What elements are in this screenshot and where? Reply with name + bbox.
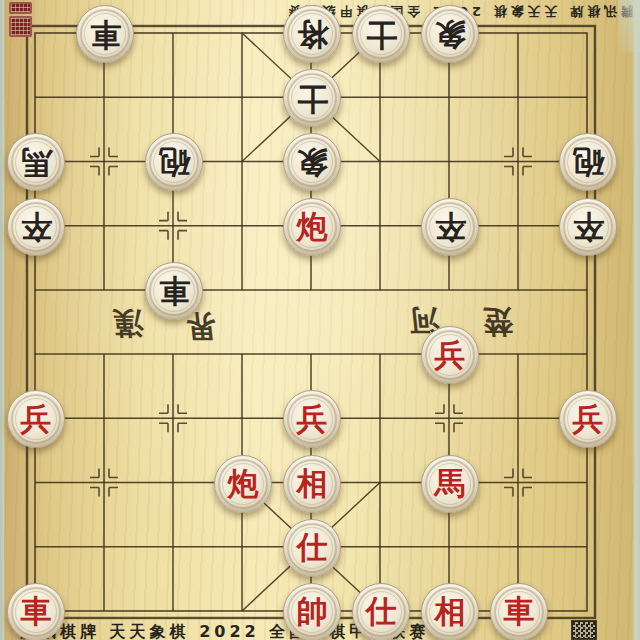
piece-red-cannon-d7[interactable]: 炮 <box>214 455 272 513</box>
red-seal-stamp-2 <box>9 16 32 37</box>
piece-glyph-卒: 卒 <box>21 211 52 242</box>
piece-glyph-砲: 砲 <box>159 147 190 178</box>
piece-glyph-象: 象 <box>435 19 466 50</box>
piece-black-soldier-a3[interactable]: 卒 <box>7 198 65 256</box>
photo-corner-top-right <box>618 0 640 52</box>
river-text-han: 漢 <box>111 302 145 343</box>
piece-black-advisor-f0[interactable]: 士 <box>352 5 410 63</box>
piece-red-cannon-e3[interactable]: 炮 <box>283 198 341 256</box>
piece-red-soldier-a6[interactable]: 兵 <box>7 390 65 448</box>
xiangqi-photo: 漢 界 河 楚 腾讯棋牌 天天象棋 2022 全国象棋甲级联赛 腾讯棋牌 天天象… <box>0 0 640 640</box>
piece-glyph-将: 将 <box>297 19 328 50</box>
piece-glyph-卒: 卒 <box>573 211 604 242</box>
piece-glyph-炮: 炮 <box>228 468 259 499</box>
piece-red-soldier-i6[interactable]: 兵 <box>559 390 617 448</box>
photo-edge-right <box>632 0 640 640</box>
piece-black-general-e0[interactable]: 将 <box>283 5 341 63</box>
piece-red-general-e9[interactable]: 帥 <box>283 583 341 640</box>
piece-red-elephant-e7[interactable]: 相 <box>283 455 341 513</box>
piece-glyph-炮: 炮 <box>297 211 328 242</box>
piece-glyph-砲: 砲 <box>573 147 604 178</box>
piece-red-chariot-h9[interactable]: 車 <box>490 583 548 640</box>
piece-glyph-象: 象 <box>297 147 328 178</box>
piece-red-soldier-g5[interactable]: 兵 <box>421 326 479 384</box>
piece-glyph-車: 車 <box>21 596 52 627</box>
piece-glyph-車: 車 <box>504 596 535 627</box>
piece-glyph-兵: 兵 <box>21 404 52 435</box>
piece-red-horse-g7[interactable]: 馬 <box>421 455 479 513</box>
piece-glyph-相: 相 <box>297 468 328 499</box>
piece-glyph-帥: 帥 <box>297 596 328 627</box>
river-text-chu: 楚 <box>481 301 515 342</box>
piece-glyph-兵: 兵 <box>435 340 466 371</box>
piece-red-chariot-a9[interactable]: 車 <box>7 583 65 640</box>
piece-black-soldier-g3[interactable]: 卒 <box>421 198 479 256</box>
piece-glyph-車: 車 <box>159 275 190 306</box>
piece-glyph-相: 相 <box>435 596 466 627</box>
piece-glyph-兵: 兵 <box>573 404 604 435</box>
piece-black-chariot-b0[interactable]: 車 <box>76 5 134 63</box>
piece-red-advisor-e8[interactable]: 仕 <box>283 519 341 577</box>
piece-glyph-士: 士 <box>366 19 397 50</box>
piece-glyph-兵: 兵 <box>297 404 328 435</box>
piece-glyph-車: 車 <box>90 19 121 50</box>
piece-glyph-士: 士 <box>297 83 328 114</box>
piece-red-soldier-e6[interactable]: 兵 <box>283 390 341 448</box>
piece-black-elephant-g0[interactable]: 象 <box>421 5 479 63</box>
piece-glyph-仕: 仕 <box>297 532 328 563</box>
qr-code-stamp <box>571 620 597 640</box>
piece-glyph-馬: 馬 <box>21 147 52 178</box>
piece-black-advisor-e1[interactable]: 士 <box>283 69 341 127</box>
photo-edge-left <box>0 0 5 640</box>
piece-black-chariot-c4[interactable]: 車 <box>145 262 203 320</box>
piece-black-soldier-i3[interactable]: 卒 <box>559 198 617 256</box>
piece-red-advisor-f9[interactable]: 仕 <box>352 583 410 640</box>
piece-glyph-馬: 馬 <box>435 468 466 499</box>
piece-red-elephant-g9[interactable]: 相 <box>421 583 479 640</box>
piece-glyph-仕: 仕 <box>366 596 397 627</box>
piece-glyph-卒: 卒 <box>435 211 466 242</box>
red-seal-stamp-1 <box>9 2 32 14</box>
